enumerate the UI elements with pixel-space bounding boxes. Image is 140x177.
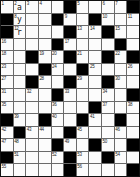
clue-number: 27 bbox=[1, 76, 6, 81]
grid-cell[interactable] bbox=[26, 114, 38, 126]
clue-number: 53 bbox=[77, 152, 82, 157]
clue-number: 46 bbox=[115, 127, 120, 132]
clue-number: 33 bbox=[64, 89, 69, 94]
grid-cell[interactable] bbox=[26, 14, 38, 26]
grid-cell[interactable] bbox=[39, 164, 51, 176]
grid-cell[interactable]: 27 bbox=[1, 76, 13, 88]
black-cell bbox=[39, 64, 51, 76]
grid-cell[interactable] bbox=[102, 64, 114, 76]
grid-cell[interactable]: 56 bbox=[77, 164, 89, 176]
grid-cell[interactable] bbox=[115, 64, 127, 76]
black-cell bbox=[64, 51, 76, 63]
grid-cell[interactable] bbox=[127, 127, 139, 139]
grid-cell[interactable] bbox=[77, 39, 89, 51]
clue-number: 7 bbox=[115, 1, 118, 6]
clue-number: 35 bbox=[1, 102, 6, 107]
clue-number: 18 bbox=[1, 51, 6, 56]
grid-cell[interactable] bbox=[39, 152, 51, 164]
clue-number: 14 bbox=[89, 26, 94, 31]
grid-cell[interactable] bbox=[52, 76, 64, 88]
clue-number: 16 bbox=[1, 39, 6, 44]
grid-cell[interactable]: 15 bbox=[115, 26, 127, 38]
clue-number: 51 bbox=[14, 152, 19, 157]
clue-number: 38 bbox=[127, 102, 132, 107]
grid-cell[interactable]: 3 bbox=[26, 1, 38, 13]
grid-cell[interactable]: 52 bbox=[52, 152, 64, 164]
grid-cell[interactable] bbox=[115, 139, 127, 151]
grid-cell[interactable] bbox=[52, 26, 64, 38]
grid-cell[interactable] bbox=[102, 127, 114, 139]
clue-number: 15 bbox=[115, 26, 120, 31]
black-cell bbox=[1, 26, 13, 38]
grid-cell[interactable] bbox=[26, 152, 38, 164]
grid-cell[interactable]: 46 bbox=[115, 127, 127, 139]
grid-cell[interactable] bbox=[115, 89, 127, 101]
grid-cell[interactable]: 51 bbox=[14, 152, 26, 164]
clue-number: 9 bbox=[64, 14, 67, 19]
grid-cell[interactable]: 36 bbox=[52, 102, 64, 114]
clue-number: 30 bbox=[115, 76, 120, 81]
black-cell bbox=[1, 114, 13, 126]
grid-cell[interactable]: 25 bbox=[89, 64, 101, 76]
grid-cell[interactable] bbox=[127, 39, 139, 51]
grid-cell[interactable]: 55 bbox=[1, 164, 13, 176]
grid-cell[interactable] bbox=[77, 139, 89, 151]
clue-number: 40 bbox=[52, 114, 57, 119]
clue-number: 56 bbox=[77, 164, 82, 169]
clue-number: 17 bbox=[64, 39, 69, 44]
grid-cell[interactable]: 29 bbox=[77, 76, 89, 88]
grid-cell[interactable]: 24 bbox=[52, 64, 64, 76]
clue-number: 52 bbox=[52, 152, 57, 157]
grid-cell[interactable] bbox=[115, 164, 127, 176]
clue-number: 48 bbox=[14, 139, 19, 144]
grid-cell[interactable] bbox=[77, 89, 89, 101]
black-cell bbox=[64, 164, 76, 176]
clue-number: 11 bbox=[127, 14, 132, 19]
grid-cell[interactable]: 43 bbox=[26, 127, 38, 139]
grid-cell[interactable] bbox=[77, 102, 89, 114]
clue-number: 24 bbox=[52, 64, 57, 69]
clue-number: 34 bbox=[102, 89, 107, 94]
grid-cell[interactable] bbox=[127, 114, 139, 126]
clue-number: 3 bbox=[26, 1, 29, 6]
grid-cell[interactable] bbox=[52, 127, 64, 139]
black-cell bbox=[64, 26, 76, 38]
grid-cell[interactable]: 8y bbox=[14, 14, 26, 26]
clue-number: 36 bbox=[52, 102, 57, 107]
clue-number: 6 bbox=[102, 1, 105, 6]
grid-cell[interactable] bbox=[26, 39, 38, 51]
grid-cell[interactable]: 42 bbox=[1, 127, 13, 139]
grid-cell[interactable]: 14 bbox=[89, 26, 101, 38]
grid-cell[interactable] bbox=[39, 39, 51, 51]
grid-cell[interactable] bbox=[39, 139, 51, 151]
grid-cell[interactable] bbox=[127, 76, 139, 88]
clue-number: 49 bbox=[64, 139, 69, 144]
clue-number: 43 bbox=[26, 127, 31, 132]
grid-cell[interactable] bbox=[64, 64, 76, 76]
grid-cell[interactable]: 23 bbox=[1, 64, 13, 76]
grid-cell[interactable] bbox=[26, 139, 38, 151]
grid-cell[interactable] bbox=[14, 164, 26, 176]
grid-cell[interactable]: 30 bbox=[115, 76, 127, 88]
black-cell bbox=[64, 127, 76, 139]
grid-cell[interactable] bbox=[115, 102, 127, 114]
grid-cell[interactable]: 35 bbox=[1, 102, 13, 114]
grid-cell[interactable] bbox=[89, 152, 101, 164]
clue-number: 32 bbox=[26, 89, 31, 94]
clue-number: 42 bbox=[1, 127, 6, 132]
grid-cell[interactable]: 44 bbox=[39, 127, 51, 139]
grid-cell[interactable] bbox=[64, 114, 76, 126]
clue-number: 50 bbox=[102, 139, 107, 144]
clue-number: 19 bbox=[39, 51, 44, 56]
black-cell bbox=[115, 114, 127, 126]
black-cell bbox=[26, 76, 38, 88]
grid-cell[interactable]: 54 bbox=[115, 152, 127, 164]
grid-cell[interactable] bbox=[14, 39, 26, 51]
grid-cell[interactable] bbox=[89, 127, 101, 139]
clue-number: 45 bbox=[77, 127, 82, 132]
grid-cell[interactable]: 19 bbox=[39, 51, 51, 63]
grid-cell[interactable] bbox=[115, 14, 127, 26]
clue-number: 1 bbox=[1, 1, 4, 6]
grid-cell[interactable]: 32 bbox=[26, 89, 38, 101]
clue-number: 55 bbox=[1, 164, 6, 169]
grid-cell[interactable] bbox=[127, 152, 139, 164]
black-cell bbox=[77, 114, 89, 126]
clue-number: 21 bbox=[77, 51, 82, 56]
black-cell bbox=[64, 152, 76, 164]
grid-cell[interactable] bbox=[89, 89, 101, 101]
grid-cell[interactable] bbox=[52, 1, 64, 13]
grid-cell[interactable] bbox=[89, 39, 101, 51]
black-cell bbox=[89, 139, 101, 151]
clue-number: 25 bbox=[89, 64, 94, 69]
grid-cell[interactable]: 45 bbox=[77, 127, 89, 139]
grid-cell[interactable] bbox=[26, 64, 38, 76]
grid-cell[interactable]: 48 bbox=[14, 139, 26, 151]
grid-cell[interactable]: 16 bbox=[1, 39, 13, 51]
grid-cell[interactable]: 17 bbox=[64, 39, 76, 51]
grid-cell[interactable]: 31 bbox=[1, 89, 13, 101]
black-cell bbox=[64, 76, 76, 88]
clue-number: 44 bbox=[39, 127, 44, 132]
grid-cell[interactable] bbox=[89, 76, 101, 88]
grid-cell[interactable]: 41 bbox=[89, 114, 101, 126]
grid-cell[interactable]: 11 bbox=[127, 14, 139, 26]
clue-number: 37 bbox=[102, 102, 107, 107]
clue-number: 5 bbox=[77, 1, 80, 6]
black-cell bbox=[127, 164, 139, 176]
clue-number: 31 bbox=[1, 89, 6, 94]
grid-cell[interactable]: 49 bbox=[64, 139, 76, 151]
grid-cell[interactable] bbox=[14, 51, 26, 63]
grid-cell[interactable]: 33 bbox=[64, 89, 76, 101]
black-cell bbox=[102, 26, 114, 38]
grid-cell[interactable] bbox=[14, 89, 26, 101]
grid-cell[interactable]: 34 bbox=[102, 89, 114, 101]
grid-cell[interactable] bbox=[14, 76, 26, 88]
grid-cell[interactable] bbox=[39, 14, 51, 26]
black-cell bbox=[127, 51, 139, 63]
grid-cell[interactable] bbox=[52, 164, 64, 176]
grid-cell[interactable]: 5 bbox=[77, 1, 89, 13]
grid-cell[interactable]: 10 bbox=[102, 14, 114, 26]
grid-cell[interactable]: 39 bbox=[14, 114, 26, 126]
grid-cell[interactable] bbox=[26, 26, 38, 38]
black-cell bbox=[26, 51, 38, 63]
clue-number: 26 bbox=[127, 64, 132, 69]
grid-cell[interactable]: 13 bbox=[77, 26, 89, 38]
grid-cell[interactable]: 20 bbox=[52, 51, 64, 63]
grid-cell[interactable] bbox=[26, 164, 38, 176]
grid-cell[interactable]: 22 bbox=[115, 51, 127, 63]
grid-cell[interactable] bbox=[127, 26, 139, 38]
grid-cell[interactable]: 47 bbox=[1, 139, 13, 151]
clue-number: 29 bbox=[77, 76, 82, 81]
cell-letter: a bbox=[14, 2, 26, 13]
grid-cell[interactable]: 4 bbox=[39, 1, 51, 13]
black-cell bbox=[127, 89, 139, 101]
black-cell bbox=[14, 127, 26, 139]
grid-cell[interactable] bbox=[102, 164, 114, 176]
cell-letter: r bbox=[14, 27, 26, 38]
crossword-grid: 12a345678y9101112r1314151617181920212223… bbox=[0, 0, 140, 177]
black-cell bbox=[115, 39, 127, 51]
grid-cell[interactable]: 18 bbox=[1, 51, 13, 63]
clue-number: 4 bbox=[39, 1, 42, 6]
black-cell bbox=[1, 14, 13, 26]
grid-cell[interactable] bbox=[39, 102, 51, 114]
black-cell bbox=[89, 102, 101, 114]
clue-number: 39 bbox=[14, 114, 19, 119]
black-cell bbox=[52, 139, 64, 151]
grid-cell[interactable] bbox=[77, 14, 89, 26]
crossword-puzzle: 12a345678y9101112r1314151617181920212223… bbox=[0, 0, 140, 177]
grid-cell[interactable] bbox=[64, 102, 76, 114]
grid-cell[interactable] bbox=[102, 114, 114, 126]
clue-number: 10 bbox=[102, 14, 107, 19]
black-cell bbox=[127, 139, 139, 151]
grid-cell[interactable] bbox=[14, 102, 26, 114]
black-cell bbox=[39, 114, 51, 126]
grid-cell[interactable] bbox=[89, 1, 101, 13]
cell-letter: y bbox=[14, 15, 26, 26]
grid-cell[interactable] bbox=[39, 89, 51, 101]
black-cell bbox=[52, 89, 64, 101]
black-cell bbox=[64, 1, 76, 13]
clue-number: 41 bbox=[89, 114, 94, 119]
grid-cell[interactable]: 38 bbox=[127, 102, 139, 114]
grid-cell[interactable]: 6 bbox=[102, 1, 114, 13]
grid-cell[interactable]: 9 bbox=[64, 14, 76, 26]
black-cell bbox=[52, 39, 64, 51]
clue-number: 47 bbox=[1, 139, 6, 144]
black-cell bbox=[102, 152, 114, 164]
black-cell bbox=[102, 51, 114, 63]
grid-cell[interactable] bbox=[26, 102, 38, 114]
grid-cell[interactable]: 21 bbox=[77, 51, 89, 63]
clue-number: 20 bbox=[52, 51, 57, 56]
clue-number: 13 bbox=[77, 26, 82, 31]
grid-cell[interactable] bbox=[39, 26, 51, 38]
grid-cell[interactable]: 7 bbox=[115, 1, 127, 13]
grid-cell[interactable] bbox=[102, 39, 114, 51]
black-cell bbox=[89, 14, 101, 26]
black-cell bbox=[127, 1, 139, 13]
grid-cell[interactable]: 26 bbox=[127, 64, 139, 76]
grid-cell[interactable]: 37 bbox=[102, 102, 114, 114]
black-cell bbox=[102, 76, 114, 88]
grid-cell[interactable]: 50 bbox=[102, 139, 114, 151]
grid-cell[interactable] bbox=[14, 64, 26, 76]
grid-cell[interactable] bbox=[89, 164, 101, 176]
grid-cell[interactable] bbox=[89, 51, 101, 63]
grid-cell[interactable]: 53 bbox=[77, 152, 89, 164]
grid-cell[interactable]: 28 bbox=[39, 76, 51, 88]
clue-number: 28 bbox=[39, 76, 44, 81]
grid-cell[interactable]: 12r bbox=[14, 26, 26, 38]
grid-cell[interactable]: 40 bbox=[52, 114, 64, 126]
black-cell bbox=[77, 64, 89, 76]
black-cell bbox=[52, 14, 64, 26]
black-cell bbox=[1, 152, 13, 164]
clue-number: 23 bbox=[1, 64, 6, 69]
clue-number: 22 bbox=[115, 51, 120, 56]
grid-cell[interactable]: 2a bbox=[14, 1, 26, 13]
grid-cell[interactable]: 1 bbox=[1, 1, 13, 13]
clue-number: 54 bbox=[115, 152, 120, 157]
